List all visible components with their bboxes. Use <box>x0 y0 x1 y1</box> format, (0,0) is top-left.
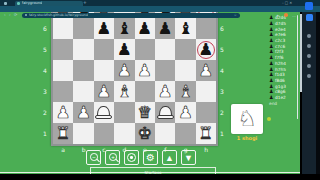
square-a5[interactable] <box>53 39 73 60</box>
square-e2[interactable]: ♛ <box>135 102 155 123</box>
copilot-icon[interactable] <box>306 14 313 21</box>
square-g2[interactable]: ♟ <box>175 102 195 123</box>
square-f4[interactable] <box>155 60 175 81</box>
divider-line <box>0 172 300 173</box>
red-circle-h5 <box>197 41 215 59</box>
forward-icon[interactable]: › <box>9 13 11 18</box>
shopping-icon[interactable] <box>307 44 311 48</box>
square-c6[interactable]: ♟ <box>94 18 114 39</box>
window-controls[interactable]: – □ ✕ <box>282 1 292 5</box>
pocket-piece-tile[interactable]: ♘ <box>231 104 263 134</box>
square-c2[interactable] <box>94 102 114 123</box>
white-rook[interactable]: ♜ <box>199 124 214 144</box>
square-d3[interactable]: ♝ <box>114 81 134 102</box>
white-pawn[interactable]: ♟ <box>178 103 193 123</box>
chess-board[interactable]: ♜♞♛♚♞♜♟♝♟♟♝♟♟♟♟♟♟♝♟♝♟♟♛♟♜♚♜ <box>53 12 216 144</box>
move-text: d1e2 <box>275 95 286 100</box>
move-text: c2c3 <box>275 38 285 43</box>
square-b4[interactable] <box>73 60 93 81</box>
square-c4[interactable] <box>94 60 114 81</box>
file-label-h: h <box>196 146 216 153</box>
rank-label-4: 4 <box>41 67 49 74</box>
square-d6[interactable]: ♝ <box>114 18 134 39</box>
move-text: f8d6 <box>275 78 285 83</box>
square-f3[interactable]: ♟ <box>155 81 175 102</box>
collections-icon[interactable] <box>307 64 311 68</box>
browser-toolbar: ‹ › ⟳ fairy-stockfish.github.io/fairygro… <box>0 6 320 12</box>
square-e4[interactable]: ♟ <box>135 60 155 81</box>
zoom-out-button[interactable]: − <box>86 150 101 165</box>
black-bishop[interactable]: ♝ <box>117 19 132 39</box>
square-d1[interactable] <box>114 123 134 144</box>
white-fairy-dome[interactable] <box>97 106 110 117</box>
rank-labels-right: 87654321 <box>218 12 226 174</box>
square-d2[interactable] <box>114 102 134 123</box>
new-tab-button[interactable]: + <box>83 0 87 5</box>
square-e5[interactable] <box>135 39 155 60</box>
rank-label-5: 5 <box>41 46 49 53</box>
move-down-button[interactable]: ▼ <box>181 150 196 165</box>
pocket-indicator-dot <box>267 117 271 121</box>
app-icon <box>4 2 7 5</box>
gear-icon: ⚙ <box>146 152 155 163</box>
menu-icon[interactable]: … <box>292 13 296 18</box>
lock-icon <box>25 14 27 16</box>
white-pawn[interactable]: ♟ <box>56 103 71 123</box>
edge-sidebar <box>302 12 316 174</box>
square-e6[interactable]: ♟ <box>135 18 155 39</box>
rank-label-1: 1 <box>218 130 226 137</box>
square-f2[interactable] <box>155 102 175 123</box>
white-pawn[interactable]: ♟ <box>117 61 132 81</box>
square-h4[interactable]: ♟ <box>196 60 216 81</box>
rank-label-6: 6 <box>41 25 49 32</box>
move-text: e7e6 <box>275 32 286 37</box>
square-b1[interactable] <box>73 123 93 144</box>
move-list[interactable]: ♟d2d4♟d7d5♟e2e4♟e7e6♟c2c3♟c7c6♟f2f3♟f7f6… <box>269 15 296 106</box>
magnifier-plus-icon: + <box>109 153 117 161</box>
settings-button[interactable]: ⚙ <box>143 150 158 165</box>
rank-label-1: 1 <box>41 130 49 137</box>
triangle-up-icon: ▲ <box>165 153 174 163</box>
square-h2[interactable] <box>196 102 216 123</box>
board-controls: −+⚙▲▼ <box>86 150 196 165</box>
square-c5[interactable] <box>94 39 114 60</box>
white-fairy-dome[interactable] <box>159 106 172 117</box>
black-pawn[interactable]: ♟ <box>158 19 173 39</box>
profile-avatar[interactable] <box>284 13 288 17</box>
square-a3[interactable] <box>53 81 73 102</box>
move-text: c8g6 <box>275 89 286 94</box>
screen-right-edge <box>316 12 320 174</box>
triangle-down-icon: ▼ <box>184 153 193 163</box>
square-a2[interactable]: ♟ <box>53 102 73 123</box>
square-b5[interactable] <box>73 39 93 60</box>
white-pawn[interactable]: ♟ <box>97 82 112 102</box>
letterbox-bottom <box>0 174 320 180</box>
rank-label-4: 4 <box>218 67 226 74</box>
rank-label-6: 6 <box>218 25 226 32</box>
move-text: f1d3 <box>275 72 285 77</box>
square-a4[interactable] <box>53 60 73 81</box>
square-f6[interactable]: ♟ <box>155 18 175 39</box>
white-pawn[interactable]: ♟ <box>158 82 173 102</box>
move-text: c7c6 <box>275 44 285 49</box>
browser-chrome: Fairyground + – □ ✕ ‹ › ⟳ fairy-stockfis… <box>0 0 320 12</box>
move-text: h7h5 <box>275 67 286 72</box>
refresh-icon[interactable]: ⟳ <box>14 13 17 18</box>
move-text: f2f3 <box>275 49 284 54</box>
move-text: e2e4 <box>275 27 286 32</box>
square-g1[interactable] <box>175 123 195 144</box>
url-text: fairy-stockfish.github.io/fairyground <box>29 13 88 17</box>
extensions-icon[interactable]: ✦ <box>276 13 279 18</box>
rank-label-5: 5 <box>218 46 226 53</box>
video-frame: Fairyground + – □ ✕ ‹ › ⟳ fairy-stockfis… <box>0 0 320 180</box>
square-h6[interactable] <box>196 18 216 39</box>
black-pawn-icon: ♟ <box>269 95 273 100</box>
black-pawn[interactable]: ♟ <box>117 40 132 60</box>
chess-app-page: ♜♞♛♚♞♜♟♝♟♟♝♟♟♟♟♟♟♝♟♝♟♟♛♟♜♚♜ 87654321 876… <box>0 12 300 174</box>
eye-icon <box>127 153 136 162</box>
rank-label-3: 3 <box>218 88 226 95</box>
white-king[interactable]: ♚ <box>137 124 152 144</box>
rank-label-3: 3 <box>41 88 49 95</box>
pocket-label: 1 shogi <box>227 135 267 141</box>
tab-favicon-icon <box>17 2 20 5</box>
black-pawn[interactable]: ♟ <box>97 19 112 39</box>
square-h1[interactable]: ♜ <box>196 123 216 144</box>
move-list-footer: end <box>269 101 296 106</box>
white-pawn[interactable]: ♟ <box>199 61 214 81</box>
square-g3[interactable]: ♝ <box>175 81 195 102</box>
rank-labels-left: 87654321 <box>41 12 49 174</box>
square-a1[interactable]: ♜ <box>53 123 73 144</box>
search-icon[interactable] <box>307 34 311 38</box>
square-g6[interactable]: ♝ <box>175 18 195 39</box>
square-e1[interactable]: ♚ <box>135 123 155 144</box>
square-e3[interactable] <box>135 81 155 102</box>
square-f1[interactable] <box>155 123 175 144</box>
move-text: d7d5 <box>275 21 286 26</box>
board-frame: ♜♞♛♚♞♜♟♝♟♟♝♟♟♟♟♟♟♝♟♝♟♟♛♟♜♚♜ <box>51 12 218 146</box>
zoom-in-button[interactable]: + <box>105 150 120 165</box>
move-text: g1g3 <box>275 84 286 89</box>
square-h3[interactable] <box>196 81 216 102</box>
move-text: f7f6 <box>275 55 284 60</box>
back-icon[interactable]: ‹ <box>4 13 6 18</box>
file-label-a: a <box>53 146 73 153</box>
square-a6[interactable] <box>53 18 73 39</box>
square-g4[interactable] <box>175 60 195 81</box>
square-b2[interactable]: ♟ <box>73 102 93 123</box>
rank-label-2: 2 <box>41 109 49 116</box>
tab-title: Fairyground <box>22 1 43 5</box>
history-icon[interactable] <box>307 74 311 78</box>
white-rook[interactable]: ♜ <box>56 124 71 144</box>
white-queen[interactable]: ♛ <box>137 103 152 123</box>
move-list-scrollbar[interactable] <box>297 15 298 119</box>
favorites-icon[interactable] <box>307 54 311 58</box>
rank-label-2: 2 <box>218 109 226 116</box>
magnifier-minus-icon: − <box>90 153 98 161</box>
move-up-button[interactable]: ▲ <box>162 150 177 165</box>
white-bishop[interactable]: ♝ <box>178 82 193 102</box>
white-pawn[interactable]: ♟ <box>137 61 152 81</box>
bookmark-star-icon[interactable]: ☆ <box>234 13 237 17</box>
square-c3[interactable]: ♟ <box>94 81 114 102</box>
square-d5[interactable]: ♟ <box>114 39 134 60</box>
square-d4[interactable]: ♟ <box>114 60 134 81</box>
square-g5[interactable] <box>175 39 195 60</box>
black-pawn[interactable]: ♟ <box>137 19 152 39</box>
square-c1[interactable] <box>94 123 114 144</box>
address-bar[interactable]: fairy-stockfish.github.io/fairyground ☆ <box>22 13 240 18</box>
move-entry[interactable]: ♟d1e2 <box>269 95 296 101</box>
white-pawn[interactable]: ♟ <box>76 103 91 123</box>
white-bishop[interactable]: ♝ <box>117 82 132 102</box>
square-b6[interactable] <box>73 18 93 39</box>
pocket-knight-icon: ♘ <box>237 106 257 132</box>
flip-board-button[interactable] <box>124 150 139 165</box>
move-text: h2h4 <box>275 61 286 66</box>
square-b3[interactable] <box>73 81 93 102</box>
copilot-sidebar-button[interactable] <box>305 2 313 10</box>
black-bishop[interactable]: ♝ <box>178 19 193 39</box>
square-f5[interactable] <box>155 39 175 60</box>
